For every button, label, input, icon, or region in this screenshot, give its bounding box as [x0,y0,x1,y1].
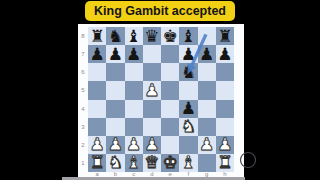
square-c1[interactable]: ♝ [125,154,143,172]
square-f4[interactable]: ♟ [179,100,197,118]
square-g4[interactable] [198,100,216,118]
square-g1[interactable] [198,154,216,172]
square-a2[interactable]: ♟ [88,136,106,154]
square-b5[interactable] [106,81,124,99]
square-a1[interactable]: ♜ [88,154,106,172]
square-b1[interactable]: ♞ [106,154,124,172]
square-a5[interactable] [88,81,106,99]
square-e1[interactable]: ♚ [161,154,179,172]
square-e4[interactable] [161,100,179,118]
square-a3[interactable] [88,118,106,136]
square-h4[interactable] [216,100,234,118]
square-e6[interactable] [161,63,179,81]
piece-black-knight-f6[interactable]: ♞ [179,63,197,81]
square-a4[interactable] [88,100,106,118]
rank-label-5: 5 [78,81,88,99]
piece-white-bishop-c1[interactable]: ♝ [125,154,143,172]
rank-label-3: 3 [78,118,88,136]
square-f6[interactable]: ♞ [179,63,197,81]
square-e2[interactable] [161,136,179,154]
rank-labels: 87654321 [78,27,88,172]
square-e8[interactable]: ♚ [161,27,179,45]
piece-white-pawn-b2[interactable]: ♟ [106,136,124,154]
square-a8[interactable]: ♜ [88,27,106,45]
piece-white-knight-b1[interactable]: ♞ [106,154,124,172]
piece-black-bishop-c8[interactable]: ♝ [125,27,143,45]
square-d8[interactable]: ♛ [143,27,161,45]
square-h5[interactable] [216,81,234,99]
square-b7[interactable]: ♟ [106,45,124,63]
square-d4[interactable] [143,100,161,118]
piece-white-rook-a1[interactable]: ♜ [88,154,106,172]
square-f3[interactable]: ♞ [179,118,197,136]
piece-white-rook-h1[interactable]: ♜ [216,154,234,172]
square-g6[interactable] [198,63,216,81]
rank-label-1: 1 [78,154,88,172]
square-d5[interactable]: ♟ [143,81,161,99]
square-g7[interactable]: ♟ [198,45,216,63]
square-f7[interactable]: ♟ [179,45,197,63]
square-b8[interactable]: ♞ [106,27,124,45]
square-f2[interactable] [179,136,197,154]
video-frame: King Gambit accepted 87654321 ♜♞♝♛♚♝♜♟♟♟… [0,0,320,180]
square-e5[interactable] [161,81,179,99]
piece-white-pawn-d5[interactable]: ♟ [143,81,161,99]
square-a7[interactable]: ♟ [88,45,106,63]
square-e3[interactable] [161,118,179,136]
square-c4[interactable] [125,100,143,118]
square-b6[interactable] [106,63,124,81]
square-d3[interactable] [143,118,161,136]
rank-label-6: 6 [78,63,88,81]
square-b3[interactable] [106,118,124,136]
piece-black-king-e8[interactable]: ♚ [161,27,179,45]
piece-white-pawn-d2[interactable]: ♟ [143,136,161,154]
piece-black-pawn-f7[interactable]: ♟ [179,45,197,63]
rank-label-2: 2 [78,136,88,154]
piece-black-bishop-f8[interactable]: ♝ [179,27,197,45]
square-c5[interactable] [125,81,143,99]
square-c3[interactable] [125,118,143,136]
piece-black-knight-b8[interactable]: ♞ [106,27,124,45]
square-g2[interactable]: ♟ [198,136,216,154]
square-h7[interactable]: ♟ [216,45,234,63]
piece-white-knight-f3[interactable]: ♞ [179,118,197,136]
piece-white-queen-d1[interactable]: ♛ [143,154,161,172]
piece-black-rook-a8[interactable]: ♜ [88,27,106,45]
board-page: 87654321 ♜♞♝♛♚♝♜♟♟♟♟♟♟♞♟♟♞♟♟♟♟♟♟♜♞♝♛♚♝♜ … [78,24,244,177]
square-h6[interactable] [216,63,234,81]
progress-bar [62,177,245,180]
square-f8[interactable]: ♝ [179,27,197,45]
square-c8[interactable]: ♝ [125,27,143,45]
piece-black-queen-d8[interactable]: ♛ [143,27,161,45]
square-g5[interactable] [198,81,216,99]
title-banner: King Gambit accepted [85,1,235,21]
square-h1[interactable]: ♜ [216,154,234,172]
square-g8[interactable] [198,27,216,45]
square-h8[interactable]: ♜ [216,27,234,45]
piece-black-pawn-g7[interactable]: ♟ [198,45,216,63]
piece-black-pawn-c7[interactable]: ♟ [125,45,143,63]
rank-label-7: 7 [78,45,88,63]
square-b4[interactable] [106,100,124,118]
piece-white-pawn-c2[interactable]: ♟ [125,136,143,154]
square-d1[interactable]: ♛ [143,154,161,172]
square-c6[interactable] [125,63,143,81]
square-h2[interactable]: ♟ [216,136,234,154]
square-e7[interactable] [161,45,179,63]
piece-black-pawn-h7[interactable]: ♟ [216,45,234,63]
piece-black-pawn-a7[interactable]: ♟ [88,45,106,63]
piece-white-bishop-f1[interactable]: ♝ [179,154,197,172]
square-h3[interactable] [216,118,234,136]
square-b2[interactable]: ♟ [106,136,124,154]
square-d7[interactable] [143,45,161,63]
square-d6[interactable] [143,63,161,81]
piece-black-pawn-b7[interactable]: ♟ [106,45,124,63]
square-a6[interactable] [88,63,106,81]
rank-label-4: 4 [78,100,88,118]
piece-white-pawn-g2[interactable]: ♟ [198,136,216,154]
square-c7[interactable]: ♟ [125,45,143,63]
chess-board: ♜♞♝♛♚♝♜♟♟♟♟♟♟♞♟♟♞♟♟♟♟♟♟♜♞♝♛♚♝♜ [88,27,234,172]
rank-label-8: 8 [78,27,88,45]
square-d2[interactable]: ♟ [143,136,161,154]
square-f5[interactable] [179,81,197,99]
square-g3[interactable] [198,118,216,136]
square-f1[interactable]: ♝ [179,154,197,172]
piece-white-king-e1[interactable]: ♚ [161,154,179,172]
square-c2[interactable]: ♟ [125,136,143,154]
piece-white-pawn-a2[interactable]: ♟ [88,136,106,154]
piece-white-pawn-h2[interactable]: ♟ [216,136,234,154]
piece-black-pawn-f4[interactable]: ♟ [179,100,197,118]
piece-black-rook-h8[interactable]: ♜ [216,27,234,45]
